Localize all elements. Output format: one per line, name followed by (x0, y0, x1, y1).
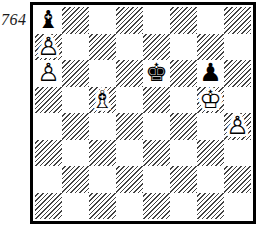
black-pawn: ♟ (199, 60, 221, 87)
square-g1 (197, 193, 224, 220)
square-f8 (170, 7, 197, 34)
square-c1 (89, 193, 116, 220)
square-f7 (170, 34, 197, 61)
black-bishop: ♝ (37, 7, 59, 34)
square-h3 (224, 140, 251, 167)
square-e8 (143, 7, 170, 34)
diagram-number: 764 (1, 11, 27, 29)
square-b1 (62, 193, 89, 220)
square-h4: ♙ (224, 113, 251, 140)
square-g7 (197, 34, 224, 61)
square-g8 (197, 7, 224, 34)
white-pawn: ♙ (226, 113, 248, 140)
square-c3 (89, 140, 116, 167)
square-a5 (35, 87, 62, 114)
square-h1 (224, 193, 251, 220)
square-g5: ♔ (197, 87, 224, 114)
white-pawn: ♙ (37, 60, 59, 87)
square-c7 (89, 34, 116, 61)
square-e7 (143, 34, 170, 61)
square-a8: ♝ (35, 7, 62, 34)
page: 764 ♝♙♙♚♟♗♔♙ (0, 0, 261, 225)
square-d3 (116, 140, 143, 167)
square-a6: ♙ (35, 60, 62, 87)
white-bishop: ♗ (91, 87, 113, 114)
square-c8 (89, 7, 116, 34)
square-h2 (224, 166, 251, 193)
square-a2 (35, 166, 62, 193)
square-b7 (62, 34, 89, 61)
square-h5 (224, 87, 251, 114)
chess-board: ♝♙♙♚♟♗♔♙ (30, 2, 256, 224)
square-f2 (170, 166, 197, 193)
square-f5 (170, 87, 197, 114)
square-a7: ♙ (35, 34, 62, 61)
square-h6 (224, 60, 251, 87)
square-a4 (35, 113, 62, 140)
square-a3 (35, 140, 62, 167)
square-f4 (170, 113, 197, 140)
square-e4 (143, 113, 170, 140)
square-b4 (62, 113, 89, 140)
square-f1 (170, 193, 197, 220)
square-a1 (35, 193, 62, 220)
square-f6 (170, 60, 197, 87)
square-d4 (116, 113, 143, 140)
square-d2 (116, 166, 143, 193)
square-e2 (143, 166, 170, 193)
white-pawn: ♙ (37, 34, 59, 61)
square-b8 (62, 7, 89, 34)
square-d1 (116, 193, 143, 220)
square-h8 (224, 7, 251, 34)
square-b6 (62, 60, 89, 87)
square-b2 (62, 166, 89, 193)
square-c6 (89, 60, 116, 87)
square-e1 (143, 193, 170, 220)
black-king: ♚ (145, 60, 167, 87)
square-c5: ♗ (89, 87, 116, 114)
square-g2 (197, 166, 224, 193)
square-c4 (89, 113, 116, 140)
square-f3 (170, 140, 197, 167)
white-king: ♔ (199, 87, 221, 114)
square-g6: ♟ (197, 60, 224, 87)
square-d8 (116, 7, 143, 34)
square-d5 (116, 87, 143, 114)
square-d6 (116, 60, 143, 87)
square-h7 (224, 34, 251, 61)
square-c2 (89, 166, 116, 193)
square-g3 (197, 140, 224, 167)
square-e3 (143, 140, 170, 167)
square-e6: ♚ (143, 60, 170, 87)
square-b5 (62, 87, 89, 114)
square-d7 (116, 34, 143, 61)
square-g4 (197, 113, 224, 140)
square-b3 (62, 140, 89, 167)
square-e5 (143, 87, 170, 114)
